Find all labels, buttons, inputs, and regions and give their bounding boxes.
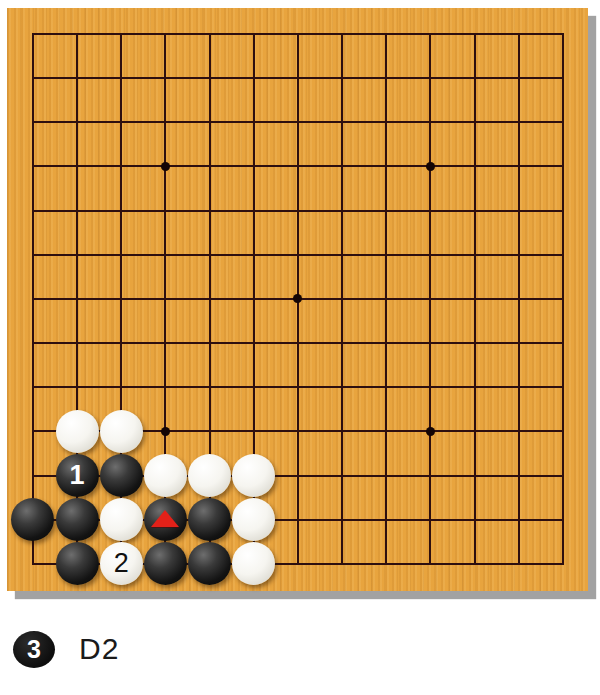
board-point-F11[interactable] (232, 100, 276, 144)
board-point-J4[interactable] (364, 409, 408, 453)
board-point-K12[interactable] (408, 56, 452, 100)
board-point-M4[interactable] (497, 409, 541, 453)
board-point-C13[interactable] (99, 12, 143, 56)
white-stone-F1 (232, 542, 275, 585)
board-point-F8[interactable] (232, 233, 276, 277)
caption-move-number: 3 (27, 637, 41, 662)
board-point-B3[interactable]: 1 (55, 453, 99, 497)
board-point-J5[interactable] (364, 365, 408, 409)
board-grid: 12 (11, 12, 585, 586)
board-point-J12[interactable] (364, 56, 408, 100)
board-point-F3[interactable] (232, 453, 276, 497)
board-point-C4[interactable] (99, 409, 143, 453)
board-point-N4[interactable] (541, 409, 585, 453)
board-point-D11[interactable] (143, 100, 187, 144)
board-point-E9[interactable] (188, 189, 232, 233)
board-point-E12[interactable] (188, 56, 232, 100)
board-point-L1[interactable] (452, 542, 496, 586)
board-point-H7[interactable] (320, 277, 364, 321)
board-point-D12[interactable] (143, 56, 187, 100)
board-point-B8[interactable] (55, 233, 99, 277)
triangle-marker-icon (151, 510, 179, 527)
board-point-A5[interactable] (11, 365, 55, 409)
black-stone-A2 (11, 498, 54, 541)
board-point-C1[interactable]: 2 (99, 542, 143, 586)
board-point-D6[interactable] (143, 321, 187, 365)
board-point-E10[interactable] (188, 144, 232, 188)
board-point-D10[interactable] (143, 144, 187, 188)
board-point-C6[interactable] (99, 321, 143, 365)
board-point-D7[interactable] (143, 277, 187, 321)
board-point-K11[interactable] (408, 100, 452, 144)
board-point-N2[interactable] (541, 498, 585, 542)
board-point-N10[interactable] (541, 144, 585, 188)
board-point-J9[interactable] (364, 189, 408, 233)
board-point-D5[interactable] (143, 365, 187, 409)
board-point-B1[interactable] (55, 542, 99, 586)
board-point-A3[interactable] (11, 453, 55, 497)
board-point-K10[interactable] (408, 144, 452, 188)
white-stone-C2 (100, 498, 143, 541)
move-caption: 3 D2 (13, 628, 119, 670)
board-point-E2[interactable] (188, 498, 232, 542)
board-point-K8[interactable] (408, 233, 452, 277)
board-point-A11[interactable] (11, 100, 55, 144)
board-point-C3[interactable] (99, 453, 143, 497)
move-number-label: 2 (114, 550, 129, 577)
caption-black-stone-icon: 3 (13, 631, 55, 668)
board-point-C8[interactable] (99, 233, 143, 277)
board-point-G13[interactable] (276, 12, 320, 56)
board-point-F4[interactable] (232, 409, 276, 453)
board-point-B10[interactable] (55, 144, 99, 188)
board-point-E6[interactable] (188, 321, 232, 365)
board-point-E4[interactable] (188, 409, 232, 453)
board-point-F7[interactable] (232, 277, 276, 321)
board-point-A1[interactable] (11, 542, 55, 586)
board-point-A4[interactable] (11, 409, 55, 453)
board-point-G8[interactable] (276, 233, 320, 277)
board-point-F10[interactable] (232, 144, 276, 188)
board-point-A2[interactable] (11, 498, 55, 542)
board-point-A7[interactable] (11, 277, 55, 321)
board-point-H3[interactable] (320, 453, 364, 497)
star-point-D10 (161, 162, 170, 171)
board-point-B7[interactable] (55, 277, 99, 321)
board-point-L2[interactable] (452, 498, 496, 542)
board-point-A13[interactable] (11, 12, 55, 56)
board-point-F2[interactable] (232, 498, 276, 542)
board-point-J2[interactable] (364, 498, 408, 542)
board-point-K2[interactable] (408, 498, 452, 542)
board-point-K7[interactable] (408, 277, 452, 321)
black-stone-E1 (188, 542, 231, 585)
board-point-K5[interactable] (408, 365, 452, 409)
board-point-J7[interactable] (364, 277, 408, 321)
board-point-G4[interactable] (276, 409, 320, 453)
star-point-K10 (426, 162, 435, 171)
black-stone-B2 (56, 498, 99, 541)
board-point-E13[interactable] (188, 12, 232, 56)
board-point-A8[interactable] (11, 233, 55, 277)
go-board: 12 (7, 8, 588, 591)
board-point-C12[interactable] (99, 56, 143, 100)
board-point-A6[interactable] (11, 321, 55, 365)
board-point-C2[interactable] (99, 498, 143, 542)
board-point-N1[interactable] (541, 542, 585, 586)
board-point-J13[interactable] (364, 12, 408, 56)
board-point-B2[interactable] (55, 498, 99, 542)
star-point-D4 (161, 427, 170, 436)
board-point-D4[interactable] (143, 409, 187, 453)
board-point-E5[interactable] (188, 365, 232, 409)
board-point-H6[interactable] (320, 321, 364, 365)
board-point-J8[interactable] (364, 233, 408, 277)
page: 12 3 D2 (0, 0, 600, 695)
black-stone-E2 (188, 498, 231, 541)
board-point-C9[interactable] (99, 189, 143, 233)
board-point-F5[interactable] (232, 365, 276, 409)
board-point-G5[interactable] (276, 365, 320, 409)
board-point-H11[interactable] (320, 100, 364, 144)
black-stone-B1 (56, 542, 99, 585)
board-point-B4[interactable] (55, 409, 99, 453)
board-point-M5[interactable] (497, 365, 541, 409)
white-stone-F3 (232, 454, 275, 497)
board-point-J3[interactable] (364, 453, 408, 497)
board-point-H13[interactable] (320, 12, 364, 56)
board-point-G12[interactable] (276, 56, 320, 100)
move-number-label: 1 (70, 462, 85, 489)
board-point-M13[interactable] (497, 12, 541, 56)
board-point-H1[interactable] (320, 542, 364, 586)
board-point-K4[interactable] (408, 409, 452, 453)
board-point-G1[interactable] (276, 542, 320, 586)
board-point-L4[interactable] (452, 409, 496, 453)
board-point-M8[interactable] (497, 233, 541, 277)
board-point-F6[interactable] (232, 321, 276, 365)
board-point-G7[interactable] (276, 277, 320, 321)
board-point-K3[interactable] (408, 453, 452, 497)
board-point-L10[interactable] (452, 144, 496, 188)
board-point-A10[interactable] (11, 144, 55, 188)
board-point-B13[interactable] (55, 12, 99, 56)
star-point-K4 (426, 427, 435, 436)
board-point-L11[interactable] (452, 100, 496, 144)
board-point-B12[interactable] (55, 56, 99, 100)
board-point-F12[interactable] (232, 56, 276, 100)
white-stone-C4 (100, 410, 143, 453)
board-point-N3[interactable] (541, 453, 585, 497)
board-point-D1[interactable] (143, 542, 187, 586)
board-point-E7[interactable] (188, 277, 232, 321)
board-point-K9[interactable] (408, 189, 452, 233)
board-point-N12[interactable] (541, 56, 585, 100)
board-point-F1[interactable] (232, 542, 276, 586)
white-stone-E3 (188, 454, 231, 497)
board-point-E8[interactable] (188, 233, 232, 277)
board-point-M6[interactable] (497, 321, 541, 365)
board-point-M1[interactable] (497, 542, 541, 586)
white-stone-C1: 2 (100, 542, 143, 585)
board-point-H2[interactable] (320, 498, 364, 542)
board-point-E11[interactable] (188, 100, 232, 144)
board-point-G11[interactable] (276, 100, 320, 144)
board-point-M2[interactable] (497, 498, 541, 542)
board-point-J6[interactable] (364, 321, 408, 365)
board-point-L5[interactable] (452, 365, 496, 409)
board-point-C11[interactable] (99, 100, 143, 144)
black-stone-B3: 1 (56, 454, 99, 497)
board-point-K13[interactable] (408, 12, 452, 56)
board-point-K6[interactable] (408, 321, 452, 365)
board-point-F9[interactable] (232, 189, 276, 233)
board-point-A9[interactable] (11, 189, 55, 233)
board-point-D2[interactable] (143, 498, 187, 542)
board-point-M11[interactable] (497, 100, 541, 144)
board-point-A12[interactable] (11, 56, 55, 100)
board-point-B6[interactable] (55, 321, 99, 365)
black-stone-C3 (100, 454, 143, 497)
board-point-B11[interactable] (55, 100, 99, 144)
caption-move-point: D2 (79, 632, 119, 666)
board-point-E3[interactable] (188, 453, 232, 497)
board-point-E1[interactable] (188, 542, 232, 586)
board-point-D13[interactable] (143, 12, 187, 56)
board-point-L8[interactable] (452, 233, 496, 277)
board-point-N5[interactable] (541, 365, 585, 409)
board-point-M12[interactable] (497, 56, 541, 100)
board-point-N7[interactable] (541, 277, 585, 321)
board-point-G9[interactable] (276, 189, 320, 233)
board-point-L12[interactable] (452, 56, 496, 100)
board-point-J10[interactable] (364, 144, 408, 188)
board-point-D9[interactable] (143, 189, 187, 233)
board-point-M3[interactable] (497, 453, 541, 497)
board-point-L3[interactable] (452, 453, 496, 497)
board-point-D8[interactable] (143, 233, 187, 277)
board-point-C7[interactable] (99, 277, 143, 321)
black-stone-D1 (144, 542, 187, 585)
board-point-D3[interactable] (143, 453, 187, 497)
white-stone-F2 (232, 498, 275, 541)
board-point-N8[interactable] (541, 233, 585, 277)
board-point-C5[interactable] (99, 365, 143, 409)
board-point-G6[interactable] (276, 321, 320, 365)
board-point-B5[interactable] (55, 365, 99, 409)
board-point-G2[interactable] (276, 498, 320, 542)
board-point-G10[interactable] (276, 144, 320, 188)
board-point-J1[interactable] (364, 542, 408, 586)
board-point-H4[interactable] (320, 409, 364, 453)
board-point-L7[interactable] (452, 277, 496, 321)
board-point-L9[interactable] (452, 189, 496, 233)
black-stone-D2 (144, 498, 187, 541)
board-point-M9[interactable] (497, 189, 541, 233)
board-point-K1[interactable] (408, 542, 452, 586)
board-point-N11[interactable] (541, 100, 585, 144)
board-point-L13[interactable] (452, 12, 496, 56)
board-point-N6[interactable] (541, 321, 585, 365)
board-point-H5[interactable] (320, 365, 364, 409)
board-point-H10[interactable] (320, 144, 364, 188)
board-point-B9[interactable] (55, 189, 99, 233)
board-point-F13[interactable] (232, 12, 276, 56)
board-point-G3[interactable] (276, 453, 320, 497)
board-point-N9[interactable] (541, 189, 585, 233)
board-point-C10[interactable] (99, 144, 143, 188)
board-point-H8[interactable] (320, 233, 364, 277)
board-point-J11[interactable] (364, 100, 408, 144)
board-point-M7[interactable] (497, 277, 541, 321)
board-point-L6[interactable] (452, 321, 496, 365)
board-point-N13[interactable] (541, 12, 585, 56)
board-point-M10[interactable] (497, 144, 541, 188)
board-point-H9[interactable] (320, 189, 364, 233)
white-stone-D3 (144, 454, 187, 497)
star-point-G7 (293, 294, 302, 303)
white-stone-B4 (56, 410, 99, 453)
board-point-H12[interactable] (320, 56, 364, 100)
